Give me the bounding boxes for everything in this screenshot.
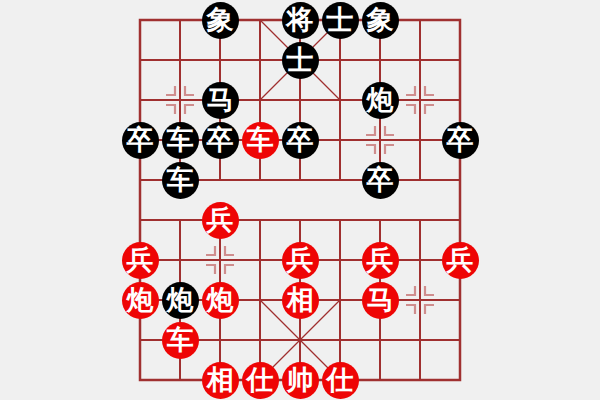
board-points: 象将士象士马炮卒车卒车卒卒车卒兵兵兵兵兵炮炮炮相马车相仕帅仕: [120, 0, 480, 400]
point-f9: 仕: [320, 360, 360, 400]
piece-black-horse-c2[interactable]: 马: [202, 82, 239, 119]
point-i3: 卒: [440, 120, 480, 160]
point-d8: [240, 320, 280, 360]
point-f0: 士: [320, 0, 360, 40]
piece-red-cannon-a7[interactable]: 炮: [122, 282, 159, 319]
point-c0: 象: [200, 0, 240, 40]
point-e5: [280, 200, 320, 240]
piece-black-advisor-e1[interactable]: 士: [282, 42, 319, 79]
point-d2: [240, 80, 280, 120]
point-c1: [200, 40, 240, 80]
point-c3: 卒: [200, 120, 240, 160]
point-h9: [400, 360, 440, 400]
point-h7: [400, 280, 440, 320]
point-d1: [240, 40, 280, 80]
point-a9: [120, 360, 160, 400]
point-f8: [320, 320, 360, 360]
point-b9: [160, 360, 200, 400]
point-a7: 炮: [120, 280, 160, 320]
point-b2: [160, 80, 200, 120]
piece-black-cannon-b7[interactable]: 炮: [162, 282, 199, 319]
point-b3: 车: [160, 120, 200, 160]
point-g3: [360, 120, 400, 160]
point-d4: [240, 160, 280, 200]
point-b7: 炮: [160, 280, 200, 320]
piece-black-soldier-a3[interactable]: 卒: [122, 122, 159, 159]
piece-red-general-e9[interactable]: 帅: [282, 362, 319, 399]
piece-black-chariot-b3[interactable]: 车: [162, 122, 199, 159]
point-e6: 兵: [280, 240, 320, 280]
point-i5: [440, 200, 480, 240]
point-a0: [120, 0, 160, 40]
point-i9: [440, 360, 480, 400]
point-c4: [200, 160, 240, 200]
point-f1: [320, 40, 360, 80]
point-d0: [240, 0, 280, 40]
point-f2: [320, 80, 360, 120]
point-g9: [360, 360, 400, 400]
piece-black-soldier-g4[interactable]: 卒: [362, 162, 399, 199]
piece-black-soldier-e3[interactable]: 卒: [282, 122, 319, 159]
point-b6: [160, 240, 200, 280]
point-i8: [440, 320, 480, 360]
point-b8: 车: [160, 320, 200, 360]
point-f3: [320, 120, 360, 160]
piece-black-soldier-i3[interactable]: 卒: [442, 122, 479, 159]
point-b4: 车: [160, 160, 200, 200]
point-h8: [400, 320, 440, 360]
piece-black-general-e0[interactable]: 将: [282, 2, 319, 39]
point-i4: [440, 160, 480, 200]
piece-red-soldier-c5[interactable]: 兵: [202, 202, 239, 239]
point-f4: [320, 160, 360, 200]
point-i0: [440, 0, 480, 40]
point-a8: [120, 320, 160, 360]
point-h1: [400, 40, 440, 80]
point-f6: [320, 240, 360, 280]
point-h3: [400, 120, 440, 160]
piece-black-advisor-f0[interactable]: 士: [322, 2, 359, 39]
piece-red-cannon-c7[interactable]: 炮: [202, 282, 239, 319]
point-c6: [200, 240, 240, 280]
piece-black-soldier-c3[interactable]: 卒: [202, 122, 239, 159]
piece-red-elephant-c9[interactable]: 相: [202, 362, 239, 399]
point-a4: [120, 160, 160, 200]
point-d9: 仕: [240, 360, 280, 400]
point-c8: [200, 320, 240, 360]
point-e7: 相: [280, 280, 320, 320]
point-e8: [280, 320, 320, 360]
point-d3: 车: [240, 120, 280, 160]
point-g6: 兵: [360, 240, 400, 280]
point-e0: 将: [280, 0, 320, 40]
xiangqi-board: 象将士象士马炮卒车卒车卒卒车卒兵兵兵兵兵炮炮炮相马车相仕帅仕: [0, 0, 600, 400]
point-f7: [320, 280, 360, 320]
piece-black-chariot-b4[interactable]: 车: [162, 162, 199, 199]
point-d6: [240, 240, 280, 280]
point-c7: 炮: [200, 280, 240, 320]
point-e1: 士: [280, 40, 320, 80]
point-b1: [160, 40, 200, 80]
point-i7: [440, 280, 480, 320]
piece-black-cannon-g2[interactable]: 炮: [362, 82, 399, 119]
piece-red-advisor-f9[interactable]: 仕: [322, 362, 359, 399]
point-g7: 马: [360, 280, 400, 320]
point-a1: [120, 40, 160, 80]
point-e9: 帅: [280, 360, 320, 400]
point-a5: [120, 200, 160, 240]
point-a2: [120, 80, 160, 120]
point-g5: [360, 200, 400, 240]
piece-red-chariot-b8[interactable]: 车: [162, 322, 199, 359]
point-b5: [160, 200, 200, 240]
point-e4: [280, 160, 320, 200]
point-h2: [400, 80, 440, 120]
point-d7: [240, 280, 280, 320]
point-i2: [440, 80, 480, 120]
piece-red-soldier-a6[interactable]: 兵: [122, 242, 159, 279]
point-c2: 马: [200, 80, 240, 120]
point-i6: 兵: [440, 240, 480, 280]
piece-red-horse-g7[interactable]: 马: [362, 282, 399, 319]
point-d5: [240, 200, 280, 240]
point-a3: 卒: [120, 120, 160, 160]
point-g2: 炮: [360, 80, 400, 120]
point-g4: 卒: [360, 160, 400, 200]
piece-red-soldier-e6[interactable]: 兵: [282, 242, 319, 279]
point-a6: 兵: [120, 240, 160, 280]
point-h0: [400, 0, 440, 40]
point-c9: 相: [200, 360, 240, 400]
point-e2: [280, 80, 320, 120]
point-h5: [400, 200, 440, 240]
piece-black-elephant-g0[interactable]: 象: [362, 2, 399, 39]
point-g8: [360, 320, 400, 360]
piece-red-advisor-d9[interactable]: 仕: [242, 362, 279, 399]
piece-red-chariot-d3[interactable]: 车: [242, 122, 279, 159]
piece-black-elephant-c0[interactable]: 象: [202, 2, 239, 39]
point-f5: [320, 200, 360, 240]
point-h6: [400, 240, 440, 280]
point-c5: 兵: [200, 200, 240, 240]
piece-red-soldier-i6[interactable]: 兵: [442, 242, 479, 279]
point-h4: [400, 160, 440, 200]
point-e3: 卒: [280, 120, 320, 160]
piece-red-soldier-g6[interactable]: 兵: [362, 242, 399, 279]
point-g1: [360, 40, 400, 80]
point-g0: 象: [360, 0, 400, 40]
piece-red-elephant-e7[interactable]: 相: [282, 282, 319, 319]
point-i1: [440, 40, 480, 80]
point-b0: [160, 0, 200, 40]
